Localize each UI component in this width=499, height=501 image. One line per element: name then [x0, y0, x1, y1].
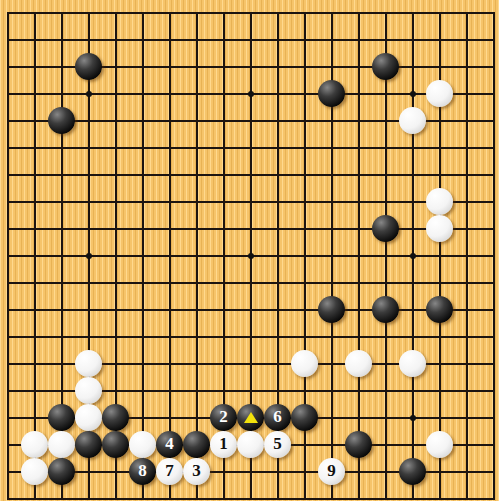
move-number-2: 2 [219, 408, 228, 425]
move-number-7: 7 [165, 462, 174, 479]
star-point [86, 253, 92, 259]
stone-black[interactable]: 2 [210, 404, 237, 431]
stone-black[interactable] [372, 296, 399, 323]
stone-black[interactable] [291, 404, 318, 431]
stone-white[interactable] [48, 431, 75, 458]
stone-white[interactable] [345, 350, 372, 377]
stone-black[interactable] [48, 404, 75, 431]
star-point [248, 253, 254, 259]
stone-white[interactable] [129, 431, 156, 458]
move-number-4: 4 [165, 435, 174, 452]
move-number-9: 9 [327, 462, 336, 479]
stone-white[interactable] [291, 350, 318, 377]
star-point [410, 253, 416, 259]
stone-black[interactable] [399, 458, 426, 485]
move-number-3: 3 [192, 462, 201, 479]
stone-black[interactable]: 6 [264, 404, 291, 431]
stone-white[interactable] [75, 377, 102, 404]
stone-black[interactable] [75, 53, 102, 80]
stone-black[interactable] [372, 53, 399, 80]
stone-white[interactable]: 5 [264, 431, 291, 458]
stone-white[interactable] [426, 431, 453, 458]
stone-white[interactable] [426, 215, 453, 242]
stone-white[interactable] [399, 107, 426, 134]
stone-black[interactable] [48, 458, 75, 485]
stone-white[interactable] [21, 431, 48, 458]
stone-black[interactable] [48, 107, 75, 134]
move-number-8: 8 [138, 462, 147, 479]
stone-black[interactable]: 8 [129, 458, 156, 485]
move-number-1: 1 [219, 435, 228, 452]
stone-black[interactable] [102, 404, 129, 431]
stone-white[interactable]: 7 [156, 458, 183, 485]
star-point [248, 91, 254, 97]
stone-white[interactable]: 1 [210, 431, 237, 458]
stone-white[interactable] [75, 404, 102, 431]
stone-black[interactable] [345, 431, 372, 458]
stone-white[interactable] [426, 80, 453, 107]
stone-white[interactable] [21, 458, 48, 485]
stone-black[interactable] [183, 431, 210, 458]
go-board[interactable]: 264158739 [0, 0, 499, 501]
stone-black[interactable] [318, 80, 345, 107]
stone-white[interactable] [237, 431, 264, 458]
stone-black[interactable] [102, 431, 129, 458]
stone-black[interactable] [75, 431, 102, 458]
stone-white[interactable]: 3 [183, 458, 210, 485]
star-point [410, 91, 416, 97]
triangle-marker-icon [244, 412, 258, 423]
move-number-6: 6 [273, 408, 282, 425]
star-point [86, 91, 92, 97]
move-number-5: 5 [273, 435, 282, 452]
stone-black[interactable]: 4 [156, 431, 183, 458]
stone-black[interactable] [237, 404, 264, 431]
stone-black[interactable] [426, 296, 453, 323]
stone-white[interactable]: 9 [318, 458, 345, 485]
stone-white[interactable] [399, 350, 426, 377]
stone-black[interactable] [372, 215, 399, 242]
stone-white[interactable] [75, 350, 102, 377]
star-point [410, 415, 416, 421]
stone-white[interactable] [426, 188, 453, 215]
stone-black[interactable] [318, 296, 345, 323]
